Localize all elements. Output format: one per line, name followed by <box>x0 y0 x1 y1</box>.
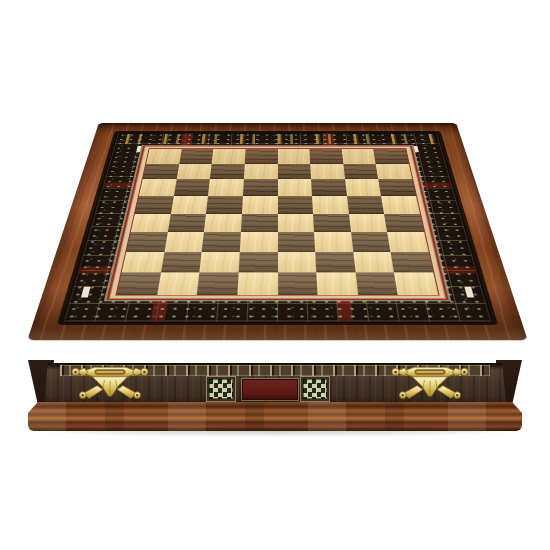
square-g6 <box>345 179 382 196</box>
chess-board <box>115 148 439 295</box>
square-g5 <box>347 196 385 214</box>
brass-latch-right <box>384 364 476 404</box>
square-b6 <box>174 179 211 196</box>
square-d2 <box>239 252 278 273</box>
square-e7 <box>278 164 312 180</box>
ivory-inlay-tick <box>81 287 91 298</box>
square-d7 <box>244 164 278 180</box>
square-e6 <box>278 179 313 196</box>
square-g2 <box>353 252 394 273</box>
square-b8 <box>179 149 213 164</box>
square-f4 <box>313 214 351 233</box>
gold-inlay-band <box>117 134 439 145</box>
square-d6 <box>243 179 278 196</box>
square-a7 <box>143 164 179 180</box>
square-b3 <box>164 232 204 252</box>
square-a1 <box>117 273 161 295</box>
chess-box-photo <box>0 0 550 550</box>
square-g3 <box>351 232 391 252</box>
square-c7 <box>210 164 245 180</box>
square-e2 <box>278 252 317 273</box>
square-c8 <box>212 149 246 164</box>
square-f2 <box>315 252 355 273</box>
square-e4 <box>278 214 315 233</box>
mosaic-medallion-left <box>207 377 235 401</box>
square-d4 <box>241 214 278 233</box>
ivory-inlay-tick <box>414 146 419 152</box>
square-b2 <box>161 252 202 273</box>
square-h6 <box>379 179 416 196</box>
square-a8 <box>146 149 181 164</box>
square-b4 <box>167 214 206 233</box>
square-c6 <box>208 179 244 196</box>
square-c3 <box>202 232 241 252</box>
wood-frame-rim <box>27 123 527 340</box>
square-d1 <box>237 273 277 295</box>
square-g4 <box>349 214 388 233</box>
square-d3 <box>240 232 278 252</box>
square-d8 <box>245 149 278 164</box>
square-f6 <box>311 179 347 196</box>
ivory-inlay-tick <box>136 146 141 152</box>
square-d5 <box>242 196 278 214</box>
square-e3 <box>278 232 316 252</box>
square-c2 <box>200 252 240 273</box>
square-c1 <box>197 273 238 295</box>
square-h1 <box>394 273 438 295</box>
square-b1 <box>157 273 200 295</box>
box-front-face <box>44 363 506 405</box>
square-e8 <box>278 149 311 164</box>
square-e5 <box>278 196 314 214</box>
square-a6 <box>139 179 176 196</box>
square-h8 <box>373 149 408 164</box>
square-f1 <box>316 273 357 295</box>
square-h7 <box>376 164 412 180</box>
square-f7 <box>310 164 345 180</box>
brass-latch-left <box>64 364 156 404</box>
square-a3 <box>126 232 167 252</box>
square-c4 <box>204 214 242 233</box>
square-f5 <box>312 196 349 214</box>
square-a5 <box>135 196 174 214</box>
ivory-inlay-tick <box>464 287 474 298</box>
board-top-plane <box>27 123 527 340</box>
red-pinstripe-border <box>106 146 448 301</box>
square-h3 <box>388 232 429 252</box>
square-a4 <box>131 214 171 233</box>
square-f3 <box>314 232 353 252</box>
frame-front-edge <box>25 339 525 365</box>
square-b5 <box>171 196 209 214</box>
square-g8 <box>341 149 375 164</box>
mosaic-medallion-right <box>301 377 329 401</box>
square-g1 <box>355 273 398 295</box>
square-h5 <box>381 196 420 214</box>
box-base-molding <box>28 402 522 431</box>
square-f8 <box>309 149 343 164</box>
mosaic-inlay-border <box>61 132 494 323</box>
square-b7 <box>176 164 211 180</box>
square-h4 <box>384 214 424 233</box>
square-e1 <box>278 273 318 295</box>
square-a2 <box>122 252 164 273</box>
square-c5 <box>206 196 243 214</box>
square-g7 <box>343 164 378 180</box>
center-red-panel <box>242 379 298 400</box>
square-h2 <box>391 252 433 273</box>
